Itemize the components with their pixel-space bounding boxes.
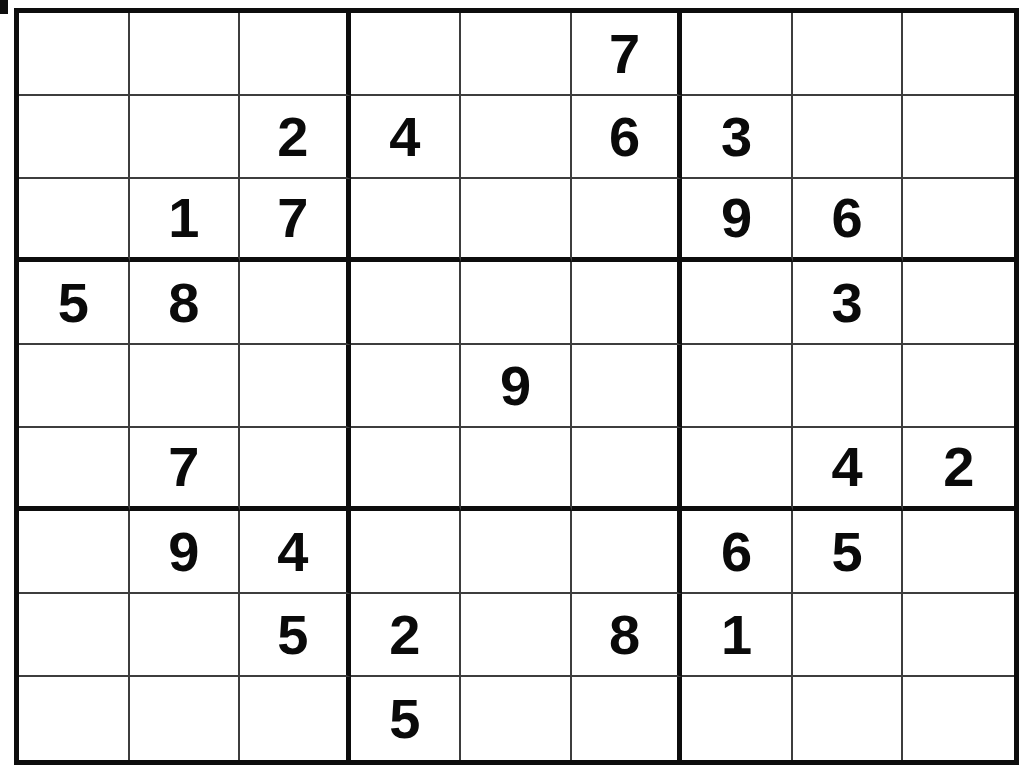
cell-r5c8[interactable] (793, 345, 904, 428)
cell-r2c9[interactable] (903, 96, 1014, 179)
cell-r8c2[interactable] (130, 594, 241, 677)
cell-r5c7[interactable] (682, 345, 793, 428)
cell-r3c7[interactable]: 9 (682, 179, 793, 262)
cell-r8c5[interactable] (461, 594, 572, 677)
cell-r8c9[interactable] (903, 594, 1014, 677)
scan-artifact (0, 0, 8, 14)
cell-r8c7[interactable]: 1 (682, 594, 793, 677)
cell-r2c5[interactable] (461, 96, 572, 179)
cell-r9c4[interactable]: 5 (351, 677, 462, 760)
cell-r8c4[interactable]: 2 (351, 594, 462, 677)
cell-r6c1[interactable] (19, 428, 130, 511)
cell-r8c3[interactable]: 5 (240, 594, 351, 677)
sudoku-board: 7246317965839742946552815 (14, 8, 1019, 765)
cell-r1c3[interactable] (240, 13, 351, 96)
cell-r2c8[interactable] (793, 96, 904, 179)
cell-r9c2[interactable] (130, 677, 241, 760)
cell-r4c7[interactable] (682, 262, 793, 345)
cell-r3c4[interactable] (351, 179, 462, 262)
cell-r3c6[interactable] (572, 179, 683, 262)
cell-r2c1[interactable] (19, 96, 130, 179)
cell-r4c6[interactable] (572, 262, 683, 345)
page: 7246317965839742946552815 (0, 0, 1024, 772)
cell-r9c5[interactable] (461, 677, 572, 760)
cell-r7c5[interactable] (461, 511, 572, 594)
cell-r9c8[interactable] (793, 677, 904, 760)
cell-r1c8[interactable] (793, 13, 904, 96)
cell-r7c7[interactable]: 6 (682, 511, 793, 594)
cell-r6c5[interactable] (461, 428, 572, 511)
cell-r2c2[interactable] (130, 96, 241, 179)
cell-r9c7[interactable] (682, 677, 793, 760)
cell-r6c3[interactable] (240, 428, 351, 511)
cell-r3c8[interactable]: 6 (793, 179, 904, 262)
cell-r5c1[interactable] (19, 345, 130, 428)
cell-r5c4[interactable] (351, 345, 462, 428)
cell-r1c4[interactable] (351, 13, 462, 96)
cell-r1c1[interactable] (19, 13, 130, 96)
cell-r7c4[interactable] (351, 511, 462, 594)
cell-r7c6[interactable] (572, 511, 683, 594)
cell-r2c3[interactable]: 2 (240, 96, 351, 179)
cell-r5c9[interactable] (903, 345, 1014, 428)
cell-r2c4[interactable]: 4 (351, 96, 462, 179)
cell-r9c3[interactable] (240, 677, 351, 760)
cell-r4c8[interactable]: 3 (793, 262, 904, 345)
cell-r6c9[interactable]: 2 (903, 428, 1014, 511)
cell-r8c8[interactable] (793, 594, 904, 677)
cell-r5c6[interactable] (572, 345, 683, 428)
cell-r7c2[interactable]: 9 (130, 511, 241, 594)
cell-r6c4[interactable] (351, 428, 462, 511)
cell-r1c9[interactable] (903, 13, 1014, 96)
cell-r9c1[interactable] (19, 677, 130, 760)
cell-r5c3[interactable] (240, 345, 351, 428)
cell-r5c2[interactable] (130, 345, 241, 428)
cell-r6c8[interactable]: 4 (793, 428, 904, 511)
cell-r4c1[interactable]: 5 (19, 262, 130, 345)
cell-r6c6[interactable] (572, 428, 683, 511)
cell-r6c2[interactable]: 7 (130, 428, 241, 511)
cell-r1c7[interactable] (682, 13, 793, 96)
cell-r1c5[interactable] (461, 13, 572, 96)
cell-r2c7[interactable]: 3 (682, 96, 793, 179)
cell-r8c6[interactable]: 8 (572, 594, 683, 677)
cell-r2c6[interactable]: 6 (572, 96, 683, 179)
cell-r7c3[interactable]: 4 (240, 511, 351, 594)
cell-r7c8[interactable]: 5 (793, 511, 904, 594)
cell-r7c1[interactable] (19, 511, 130, 594)
cell-r3c5[interactable] (461, 179, 572, 262)
cell-r3c9[interactable] (903, 179, 1014, 262)
cell-r9c6[interactable] (572, 677, 683, 760)
cell-r1c2[interactable] (130, 13, 241, 96)
cell-r4c2[interactable]: 8 (130, 262, 241, 345)
cell-r3c1[interactable] (19, 179, 130, 262)
cell-r4c3[interactable] (240, 262, 351, 345)
cell-r6c7[interactable] (682, 428, 793, 511)
cell-r9c9[interactable] (903, 677, 1014, 760)
cell-r4c4[interactable] (351, 262, 462, 345)
cell-r5c5[interactable]: 9 (461, 345, 572, 428)
cell-r4c5[interactable] (461, 262, 572, 345)
cell-r8c1[interactable] (19, 594, 130, 677)
cell-r7c9[interactable] (903, 511, 1014, 594)
cell-r3c2[interactable]: 1 (130, 179, 241, 262)
cell-r1c6[interactable]: 7 (572, 13, 683, 96)
cell-r3c3[interactable]: 7 (240, 179, 351, 262)
cell-r4c9[interactable] (903, 262, 1014, 345)
